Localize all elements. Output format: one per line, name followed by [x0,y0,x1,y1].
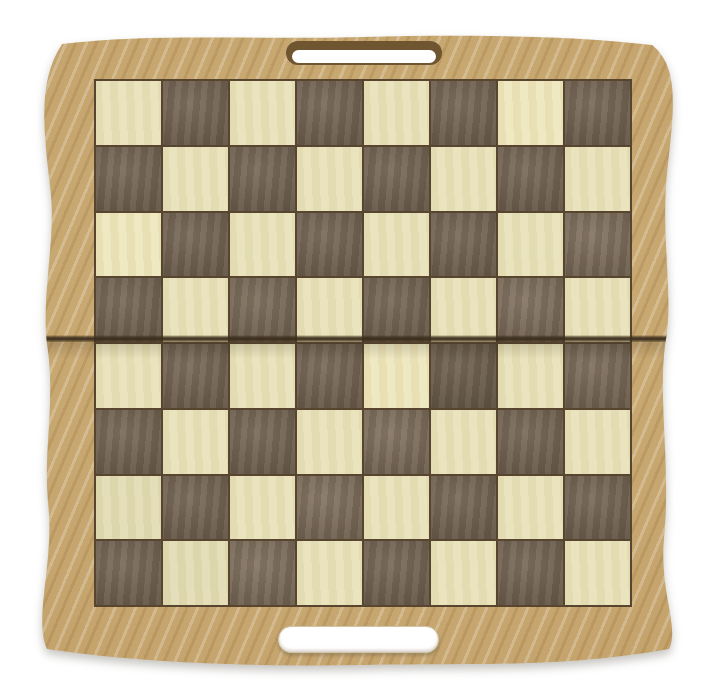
square-f1[interactable] [431,541,496,605]
square-a6[interactable] [96,213,161,277]
square-d3[interactable] [297,410,362,474]
square-d5[interactable] [297,278,362,342]
square-h4[interactable] [565,344,630,408]
chess-board [94,79,632,607]
top-handle-cutout [286,41,442,65]
square-a7[interactable] [96,147,161,211]
square-f6[interactable] [431,213,496,277]
square-d2[interactable] [297,476,362,540]
square-b7[interactable] [163,147,228,211]
square-c6[interactable] [230,213,295,277]
square-g5[interactable] [498,278,563,342]
square-c8[interactable] [230,81,295,145]
square-g7[interactable] [498,147,563,211]
square-d8[interactable] [297,81,362,145]
square-b3[interactable] [163,410,228,474]
square-a3[interactable] [96,410,161,474]
square-c1[interactable] [230,541,295,605]
square-e4[interactable] [364,344,429,408]
square-f3[interactable] [431,410,496,474]
square-a4[interactable] [96,344,161,408]
square-h7[interactable] [565,147,630,211]
square-b2[interactable] [163,476,228,540]
square-h6[interactable] [565,213,630,277]
square-h5[interactable] [565,278,630,342]
photo-background [0,0,718,700]
square-c4[interactable] [230,344,295,408]
square-f8[interactable] [431,81,496,145]
square-g4[interactable] [498,344,563,408]
square-f4[interactable] [431,344,496,408]
square-g8[interactable] [498,81,563,145]
square-f7[interactable] [431,147,496,211]
square-e5[interactable] [364,278,429,342]
square-a8[interactable] [96,81,161,145]
square-c3[interactable] [230,410,295,474]
square-e7[interactable] [364,147,429,211]
bottom-handle-cutout [278,626,439,653]
square-g6[interactable] [498,213,563,277]
square-e6[interactable] [364,213,429,277]
square-h8[interactable] [565,81,630,145]
square-g2[interactable] [498,476,563,540]
square-d6[interactable] [297,213,362,277]
square-g1[interactable] [498,541,563,605]
square-b4[interactable] [163,344,228,408]
square-d4[interactable] [297,344,362,408]
square-b1[interactable] [163,541,228,605]
square-a1[interactable] [96,541,161,605]
square-b8[interactable] [163,81,228,145]
square-e2[interactable] [364,476,429,540]
square-f2[interactable] [431,476,496,540]
square-f5[interactable] [431,278,496,342]
wooden-tray-frame [0,0,718,700]
square-h1[interactable] [565,541,630,605]
square-g3[interactable] [498,410,563,474]
square-h2[interactable] [565,476,630,540]
square-a5[interactable] [96,278,161,342]
square-c2[interactable] [230,476,295,540]
square-c7[interactable] [230,147,295,211]
square-e1[interactable] [364,541,429,605]
square-b6[interactable] [163,213,228,277]
square-a2[interactable] [96,476,161,540]
square-e3[interactable] [364,410,429,474]
square-h3[interactable] [565,410,630,474]
square-b5[interactable] [163,278,228,342]
square-d7[interactable] [297,147,362,211]
square-e8[interactable] [364,81,429,145]
square-d1[interactable] [297,541,362,605]
square-c5[interactable] [230,278,295,342]
tray-shadow-wrap [0,0,718,700]
